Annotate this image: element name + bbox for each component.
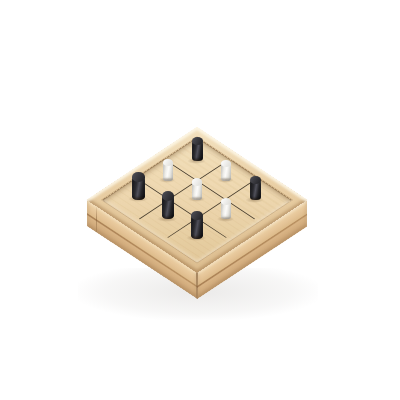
white-peg-top <box>221 198 231 205</box>
black-peg[interactable] <box>191 212 203 239</box>
black-peg-top <box>191 211 203 221</box>
product-photo-stage <box>0 0 400 400</box>
white-peg[interactable] <box>163 160 173 181</box>
black-peg[interactable] <box>192 138 203 162</box>
white-peg-top <box>192 178 202 185</box>
pegs-layer <box>0 0 400 400</box>
black-peg[interactable] <box>250 177 261 201</box>
black-peg-top <box>132 172 144 182</box>
white-peg[interactable] <box>221 199 231 220</box>
black-peg[interactable] <box>132 173 144 200</box>
white-peg-top <box>221 160 231 167</box>
black-peg-top <box>192 137 203 145</box>
white-peg[interactable] <box>221 161 231 181</box>
white-peg[interactable] <box>192 179 202 200</box>
black-peg-top <box>250 176 261 184</box>
black-peg[interactable] <box>162 192 174 219</box>
white-peg-top <box>163 159 173 166</box>
black-peg-top <box>162 191 174 201</box>
